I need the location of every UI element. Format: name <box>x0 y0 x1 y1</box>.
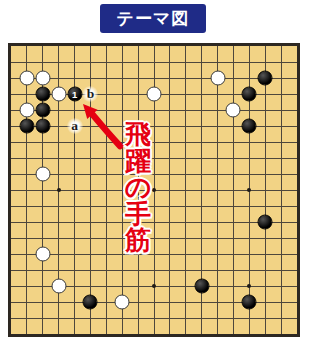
grid-line <box>11 254 297 255</box>
point-label-b: b <box>82 86 98 102</box>
grid-line <box>265 46 266 334</box>
white-stone <box>226 103 241 118</box>
grid-line <box>11 238 297 239</box>
black-stone <box>83 295 98 310</box>
theme-diagram-badge: テーマ図 <box>100 4 206 33</box>
grid-line <box>11 318 297 319</box>
grid-line <box>281 46 282 334</box>
white-stone <box>115 295 130 310</box>
black-stone <box>258 215 273 230</box>
white-stone <box>210 71 225 86</box>
black-stone <box>242 87 257 102</box>
board-grid: 1ab <box>11 46 297 334</box>
white-stone <box>35 247 50 262</box>
annotation-text: 飛躍の手筋 <box>123 121 153 254</box>
grid-line <box>11 206 297 207</box>
grid-line <box>185 46 186 334</box>
star-point <box>152 284 156 288</box>
annotation-char: 手 <box>123 201 153 228</box>
star-point <box>57 188 61 192</box>
annotation-char: 飛 <box>123 121 153 148</box>
annotation-char: 躍 <box>123 148 153 175</box>
annotation-char: 筋 <box>123 227 153 254</box>
go-board: 1ab <box>8 43 300 337</box>
white-stone <box>51 279 66 294</box>
screenshot-stage: テーマ図 1ab 飛躍の手筋 <box>0 0 310 348</box>
white-stone <box>19 103 34 118</box>
grid-line <box>233 46 234 334</box>
star-point <box>247 188 251 192</box>
annotation-char: の <box>123 174 153 201</box>
black-stone <box>194 279 209 294</box>
black-stone <box>35 103 50 118</box>
white-stone <box>147 87 162 102</box>
move-number: 1 <box>72 89 77 99</box>
white-stone <box>51 87 66 102</box>
black-stone <box>242 119 257 134</box>
point-label-a: a <box>67 118 83 134</box>
grid-line <box>217 46 218 334</box>
grid-line <box>11 270 297 271</box>
grid-line <box>11 222 297 223</box>
white-stone <box>35 167 50 182</box>
white-stone <box>35 71 50 86</box>
theme-diagram-label: テーマ図 <box>117 10 190 27</box>
grid-line <box>169 46 170 334</box>
black-stone: 1 <box>67 87 82 102</box>
black-stone <box>35 119 50 134</box>
white-stone <box>19 71 34 86</box>
black-stone <box>19 119 34 134</box>
black-stone <box>242 295 257 310</box>
star-point <box>247 284 251 288</box>
black-stone <box>35 87 50 102</box>
black-stone <box>258 71 273 86</box>
